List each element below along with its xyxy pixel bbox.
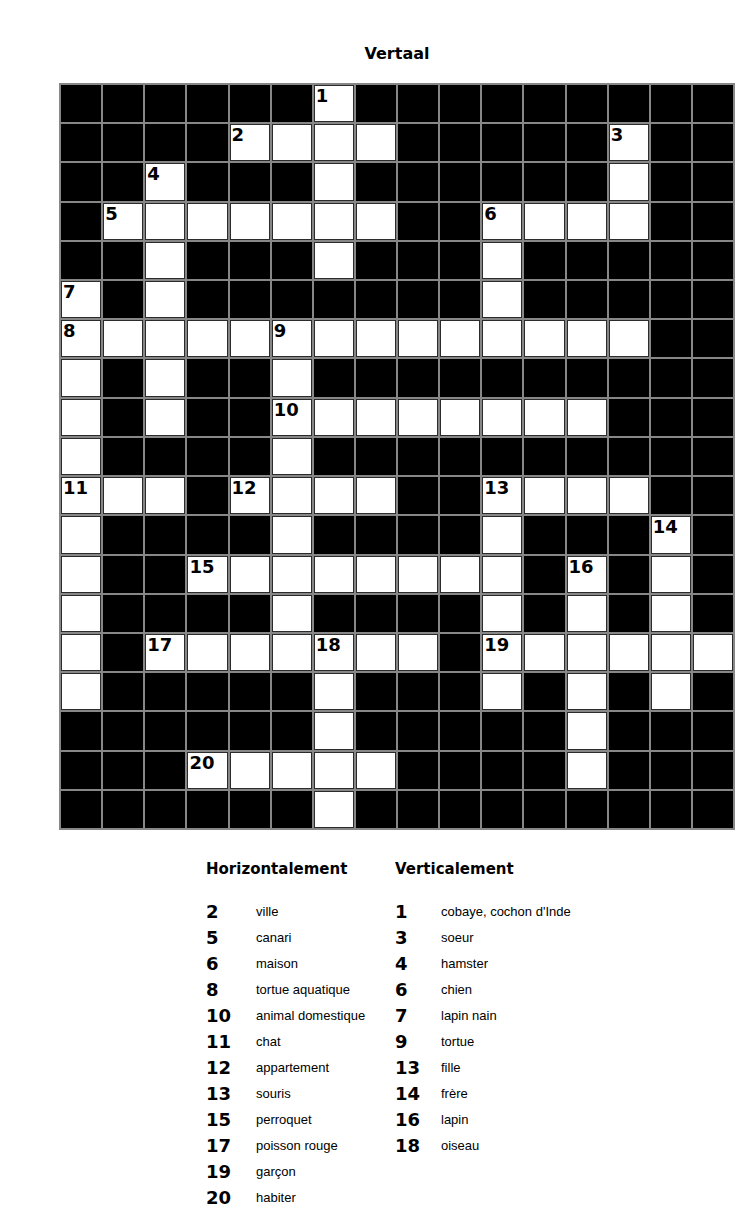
- cell-r0c13: [609, 85, 649, 122]
- cell-r0c0: [61, 85, 101, 122]
- cell-r9c14: [651, 438, 691, 475]
- cell-r7c0[interactable]: [61, 359, 101, 396]
- cell-r7c6: [314, 359, 354, 396]
- cell-r3c15: [693, 203, 733, 240]
- cell-r0c9: [440, 85, 480, 122]
- cell-number-15: 15: [189, 556, 214, 577]
- clue-number: 13: [206, 1083, 256, 1104]
- cell-r11c13: [609, 516, 649, 553]
- cell-r15c11: [524, 673, 564, 710]
- cell-r0c15: [693, 85, 733, 122]
- cell-r10c10[interactable]: 13: [482, 477, 522, 514]
- cell-r4c10[interactable]: [482, 242, 522, 279]
- cell-r5c13: [609, 281, 649, 318]
- cell-r14c0[interactable]: [61, 634, 101, 671]
- cell-r6c10[interactable]: [482, 320, 522, 357]
- cell-r14c11[interactable]: [524, 634, 564, 671]
- clue-number: 2: [206, 901, 256, 922]
- cell-r8c8[interactable]: [398, 399, 438, 436]
- cell-r9c12: [567, 438, 607, 475]
- cell-r2c8: [398, 163, 438, 200]
- cell-r16c1: [103, 712, 143, 749]
- cell-r15c10[interactable]: [482, 673, 522, 710]
- cell-r5c6: [314, 281, 354, 318]
- cell-r12c9[interactable]: [440, 556, 480, 593]
- clue-text: perroquet: [256, 1112, 312, 1127]
- cell-r15c8: [398, 673, 438, 710]
- cell-r16c0: [61, 712, 101, 749]
- cell-r7c15: [693, 359, 733, 396]
- cell-r17c13: [609, 752, 649, 789]
- cell-r18c10: [482, 791, 522, 828]
- cell-r2c13[interactable]: [609, 163, 649, 200]
- cell-r8c11[interactable]: [524, 399, 564, 436]
- cell-r1c10: [482, 124, 522, 161]
- cell-r18c2: [145, 791, 185, 828]
- cell-r15c5: [272, 673, 312, 710]
- cell-r10c14: [651, 477, 691, 514]
- cell-r18c1: [103, 791, 143, 828]
- cell-r3c5[interactable]: [272, 203, 312, 240]
- cell-r6c8[interactable]: [398, 320, 438, 357]
- clue-text: appartement: [256, 1060, 329, 1075]
- cell-r8c0[interactable]: [61, 399, 101, 436]
- cell-r9c4: [230, 438, 270, 475]
- cell-r11c8: [398, 516, 438, 553]
- clue-across-12: 12appartement: [206, 1054, 396, 1080]
- cell-r9c5[interactable]: [272, 438, 312, 475]
- cell-r6c12[interactable]: [567, 320, 607, 357]
- cell-r8c1: [103, 399, 143, 436]
- cell-number-1: 1: [316, 85, 329, 106]
- cell-r16c8: [398, 712, 438, 749]
- cell-r7c1: [103, 359, 143, 396]
- cell-number-13: 13: [484, 477, 509, 498]
- clue-number: 6: [206, 953, 256, 974]
- cell-r14c10[interactable]: 19: [482, 634, 522, 671]
- cell-r14c15[interactable]: [693, 634, 733, 671]
- cell-r6c14: [651, 320, 691, 357]
- cell-r4c2[interactable]: [145, 242, 185, 279]
- cell-r4c6[interactable]: [314, 242, 354, 279]
- cell-r5c14: [651, 281, 691, 318]
- cell-r4c12: [567, 242, 607, 279]
- cell-r9c1: [103, 438, 143, 475]
- cell-r17c9: [440, 752, 480, 789]
- cell-r16c10: [482, 712, 522, 749]
- clue-across-20: 20habiter: [206, 1184, 396, 1210]
- clue-down-14: 14frère: [395, 1080, 615, 1106]
- cell-r17c0: [61, 752, 101, 789]
- cell-r2c2[interactable]: 4: [145, 163, 185, 200]
- cell-r11c5[interactable]: [272, 516, 312, 553]
- cell-r3c1[interactable]: 5: [103, 203, 143, 240]
- cell-r13c6: [314, 595, 354, 632]
- clue-number: 5: [206, 927, 256, 948]
- cell-r17c4[interactable]: [230, 752, 270, 789]
- cell-r15c3: [187, 673, 227, 710]
- cell-r15c14[interactable]: [651, 673, 691, 710]
- clue-across-2: 2ville: [206, 898, 396, 924]
- cell-r10c15: [693, 477, 733, 514]
- cell-r1c9: [440, 124, 480, 161]
- clue-text: garçon: [256, 1164, 296, 1179]
- clue-number: 7: [395, 1005, 441, 1026]
- cell-r16c12[interactable]: [567, 712, 607, 749]
- cell-r16c14: [651, 712, 691, 749]
- cell-r12c1: [103, 556, 143, 593]
- cell-r9c2: [145, 438, 185, 475]
- cell-r5c12: [567, 281, 607, 318]
- clue-number: 14: [395, 1083, 441, 1104]
- clue-text: ville: [256, 904, 278, 919]
- cell-r14c3[interactable]: [187, 634, 227, 671]
- cell-r6c1[interactable]: [103, 320, 143, 357]
- cell-r13c14[interactable]: [651, 595, 691, 632]
- cell-r3c2[interactable]: [145, 203, 185, 240]
- clue-down-16: 16lapin: [395, 1106, 615, 1132]
- cell-r4c8: [398, 242, 438, 279]
- cell-r18c5: [272, 791, 312, 828]
- clue-down-3: 3soeur: [395, 924, 615, 950]
- cell-r8c6[interactable]: [314, 399, 354, 436]
- cell-r12c5[interactable]: [272, 556, 312, 593]
- cell-r18c7: [356, 791, 396, 828]
- cell-r1c5[interactable]: [272, 124, 312, 161]
- cell-r10c11[interactable]: [524, 477, 564, 514]
- cell-r14c12[interactable]: [567, 634, 607, 671]
- clue-text: soeur: [441, 930, 474, 945]
- cell-r3c3[interactable]: [187, 203, 227, 240]
- cell-r3c8: [398, 203, 438, 240]
- cell-r2c1: [103, 163, 143, 200]
- clue-text: lapin nain: [441, 1008, 497, 1023]
- cell-r10c6[interactable]: [314, 477, 354, 514]
- clue-number: 19: [206, 1161, 256, 1182]
- cell-r6c6[interactable]: [314, 320, 354, 357]
- cell-r17c3[interactable]: 20: [187, 752, 227, 789]
- cell-r0c6[interactable]: 1: [314, 85, 354, 122]
- cell-r10c12[interactable]: [567, 477, 607, 514]
- cell-r12c0[interactable]: [61, 556, 101, 593]
- cell-r3c11[interactable]: [524, 203, 564, 240]
- cell-number-7: 7: [63, 281, 76, 302]
- cell-r10c9: [440, 477, 480, 514]
- cell-r13c2: [145, 595, 185, 632]
- cell-r12c12[interactable]: 16: [567, 556, 607, 593]
- clue-text: souris: [256, 1086, 291, 1101]
- cell-r3c6[interactable]: [314, 203, 354, 240]
- cell-r12c7[interactable]: [356, 556, 396, 593]
- cell-r11c3: [187, 516, 227, 553]
- cell-r14c2[interactable]: 17: [145, 634, 185, 671]
- across-header: Horizontalement: [206, 860, 347, 878]
- cell-r5c8: [398, 281, 438, 318]
- cell-r11c11: [524, 516, 564, 553]
- cell-r16c7: [356, 712, 396, 749]
- cell-r14c1: [103, 634, 143, 671]
- cell-r11c14[interactable]: 14: [651, 516, 691, 553]
- cell-r9c3: [187, 438, 227, 475]
- cell-r2c10: [482, 163, 522, 200]
- cell-r8c5[interactable]: 10: [272, 399, 312, 436]
- cell-r7c2[interactable]: [145, 359, 185, 396]
- cell-r6c11[interactable]: [524, 320, 564, 357]
- cell-r17c11: [524, 752, 564, 789]
- cell-r6c4[interactable]: [230, 320, 270, 357]
- cell-number-14: 14: [653, 516, 678, 537]
- cell-r2c14: [651, 163, 691, 200]
- cell-r2c4: [230, 163, 270, 200]
- cell-r16c5: [272, 712, 312, 749]
- cell-r8c7[interactable]: [356, 399, 396, 436]
- cell-r17c1: [103, 752, 143, 789]
- clue-text: maison: [256, 956, 298, 971]
- cell-r10c5[interactable]: [272, 477, 312, 514]
- cell-r0c4: [230, 85, 270, 122]
- cell-r4c4: [230, 242, 270, 279]
- puzzle-title: Vertaal: [59, 44, 735, 63]
- cell-r13c12[interactable]: [567, 595, 607, 632]
- cell-r16c6[interactable]: [314, 712, 354, 749]
- cell-r13c5[interactable]: [272, 595, 312, 632]
- cell-r14c5[interactable]: [272, 634, 312, 671]
- cell-r6c5[interactable]: 9: [272, 320, 312, 357]
- cell-r17c5[interactable]: [272, 752, 312, 789]
- clue-down-4: 4hamster: [395, 950, 615, 976]
- cell-r16c11: [524, 712, 564, 749]
- cell-r4c15: [693, 242, 733, 279]
- cell-r1c12: [567, 124, 607, 161]
- cell-r17c10: [482, 752, 522, 789]
- cell-r1c7[interactable]: [356, 124, 396, 161]
- cell-r3c14: [651, 203, 691, 240]
- cell-number-20: 20: [189, 752, 214, 773]
- cell-r13c9: [440, 595, 480, 632]
- cell-r9c0[interactable]: [61, 438, 101, 475]
- cell-r8c9[interactable]: [440, 399, 480, 436]
- cell-r6c9[interactable]: [440, 320, 480, 357]
- clue-number: 15: [206, 1109, 256, 1130]
- cell-r5c15: [693, 281, 733, 318]
- clue-number: 9: [395, 1031, 441, 1052]
- cell-r11c9: [440, 516, 480, 553]
- clue-down-7: 7lapin nain: [395, 1002, 615, 1028]
- cell-r18c8: [398, 791, 438, 828]
- cell-r11c2: [145, 516, 185, 553]
- cell-r17c2: [145, 752, 185, 789]
- cell-r3c13[interactable]: [609, 203, 649, 240]
- cell-r10c13[interactable]: [609, 477, 649, 514]
- cell-r10c1[interactable]: [103, 477, 143, 514]
- cell-r13c3: [187, 595, 227, 632]
- cell-r7c10: [482, 359, 522, 396]
- cell-r1c2: [145, 124, 185, 161]
- cell-r17c7[interactable]: [356, 752, 396, 789]
- cell-r11c7: [356, 516, 396, 553]
- cell-r11c0[interactable]: [61, 516, 101, 553]
- cell-r4c7: [356, 242, 396, 279]
- cell-r12c3[interactable]: 15: [187, 556, 227, 593]
- cell-r15c1: [103, 673, 143, 710]
- cell-r6c0[interactable]: 8: [61, 320, 101, 357]
- cell-r8c10[interactable]: [482, 399, 522, 436]
- cell-number-6: 6: [484, 203, 497, 224]
- cell-r10c4[interactable]: 12: [230, 477, 270, 514]
- cell-r5c4: [230, 281, 270, 318]
- cell-r12c8[interactable]: [398, 556, 438, 593]
- cell-r13c13: [609, 595, 649, 632]
- across-clue-list: 2ville5canari6maison8tortue aquatique10a…: [206, 898, 396, 1210]
- cell-r4c14: [651, 242, 691, 279]
- clue-down-18: 18oiseau: [395, 1132, 615, 1158]
- cell-r17c6[interactable]: [314, 752, 354, 789]
- cell-r1c8: [398, 124, 438, 161]
- cell-r5c9: [440, 281, 480, 318]
- cell-r18c0: [61, 791, 101, 828]
- cell-r10c0[interactable]: 11: [61, 477, 101, 514]
- clue-across-10: 10animal domestique: [206, 1002, 396, 1028]
- cell-r7c12: [567, 359, 607, 396]
- cell-r15c6[interactable]: [314, 673, 354, 710]
- cell-r4c11: [524, 242, 564, 279]
- cell-number-16: 16: [569, 556, 594, 577]
- cell-r3c4[interactable]: [230, 203, 270, 240]
- cell-r3c10[interactable]: 6: [482, 203, 522, 240]
- cell-r15c12[interactable]: [567, 673, 607, 710]
- cell-r8c2[interactable]: [145, 399, 185, 436]
- cell-r6c2[interactable]: [145, 320, 185, 357]
- cell-r13c4: [230, 595, 270, 632]
- cell-r11c10[interactable]: [482, 516, 522, 553]
- clue-text: canari: [256, 930, 291, 945]
- cell-r7c4: [230, 359, 270, 396]
- cell-r8c13: [609, 399, 649, 436]
- cell-r17c14: [651, 752, 691, 789]
- cell-r12c4[interactable]: [230, 556, 270, 593]
- cell-r18c9: [440, 791, 480, 828]
- cell-r3c12[interactable]: [567, 203, 607, 240]
- clue-text: cobaye, cochon d'Inde: [441, 904, 571, 919]
- cell-r6c3[interactable]: [187, 320, 227, 357]
- cell-r12c11: [524, 556, 564, 593]
- clue-text: poisson rouge: [256, 1138, 338, 1153]
- clue-down-6: 6chien: [395, 976, 615, 1002]
- cell-r14c8[interactable]: [398, 634, 438, 671]
- cell-r12c6[interactable]: [314, 556, 354, 593]
- cell-r2c5: [272, 163, 312, 200]
- cell-r8c14: [651, 399, 691, 436]
- cell-r13c0[interactable]: [61, 595, 101, 632]
- cell-r9c7: [356, 438, 396, 475]
- cell-r8c12[interactable]: [567, 399, 607, 436]
- clue-number: 4: [395, 953, 441, 974]
- cell-r9c10: [482, 438, 522, 475]
- cell-r17c8: [398, 752, 438, 789]
- cell-r5c3: [187, 281, 227, 318]
- clue-number: 12: [206, 1057, 256, 1078]
- cell-r12c14[interactable]: [651, 556, 691, 593]
- cell-number-3: 3: [611, 124, 624, 145]
- clue-number: 13: [395, 1057, 441, 1078]
- cell-r4c3: [187, 242, 227, 279]
- cell-number-11: 11: [63, 477, 88, 498]
- cell-number-12: 12: [232, 477, 257, 498]
- cell-r5c10[interactable]: [482, 281, 522, 318]
- cell-r12c10[interactable]: [482, 556, 522, 593]
- clue-number: 10: [206, 1005, 256, 1026]
- cell-r12c13: [609, 556, 649, 593]
- cell-r6c15: [693, 320, 733, 357]
- clue-number: 1: [395, 901, 441, 922]
- cell-r7c7: [356, 359, 396, 396]
- clue-number: 16: [395, 1109, 441, 1130]
- cell-r7c13: [609, 359, 649, 396]
- clue-text: frère: [441, 1086, 468, 1101]
- cell-r1c4[interactable]: 2: [230, 124, 270, 161]
- cell-r14c7[interactable]: [356, 634, 396, 671]
- cell-r13c11: [524, 595, 564, 632]
- cell-r11c6: [314, 516, 354, 553]
- clue-number: 11: [206, 1031, 256, 1052]
- cell-r16c15: [693, 712, 733, 749]
- cell-r16c9: [440, 712, 480, 749]
- cell-r17c12[interactable]: [567, 752, 607, 789]
- cell-r16c2: [145, 712, 185, 749]
- cell-r0c14: [651, 85, 691, 122]
- cell-r14c13[interactable]: [609, 634, 649, 671]
- cell-r1c6[interactable]: [314, 124, 354, 161]
- cell-r18c6[interactable]: [314, 791, 354, 828]
- cell-r16c13: [609, 712, 649, 749]
- cell-r15c0[interactable]: [61, 673, 101, 710]
- cell-r15c2: [145, 673, 185, 710]
- cell-r7c5[interactable]: [272, 359, 312, 396]
- cell-r3c0: [61, 203, 101, 240]
- clue-number: 3: [395, 927, 441, 948]
- cell-r9c11: [524, 438, 564, 475]
- cell-r14c6[interactable]: 18: [314, 634, 354, 671]
- cell-r16c4: [230, 712, 270, 749]
- cell-r16c3: [187, 712, 227, 749]
- cell-r6c7[interactable]: [356, 320, 396, 357]
- cell-r10c2[interactable]: [145, 477, 185, 514]
- down-clue-list: 1cobaye, cochon d'Inde3soeur4hamster6chi…: [395, 898, 615, 1158]
- cell-r4c1: [103, 242, 143, 279]
- cell-r0c11: [524, 85, 564, 122]
- cell-r4c5: [272, 242, 312, 279]
- cell-r13c10[interactable]: [482, 595, 522, 632]
- cell-r2c6[interactable]: [314, 163, 354, 200]
- cell-r14c4[interactable]: [230, 634, 270, 671]
- cell-r5c2[interactable]: [145, 281, 185, 318]
- cell-r0c3: [187, 85, 227, 122]
- clue-across-5: 5canari: [206, 924, 396, 950]
- cell-r1c15: [693, 124, 733, 161]
- cell-r10c7[interactable]: [356, 477, 396, 514]
- cell-r6c13[interactable]: [609, 320, 649, 357]
- cell-number-18: 18: [316, 634, 341, 655]
- clue-text: hamster: [441, 956, 488, 971]
- cell-r8c4: [230, 399, 270, 436]
- cell-r14c14[interactable]: [651, 634, 691, 671]
- cell-r3c7[interactable]: [356, 203, 396, 240]
- cell-r18c12: [567, 791, 607, 828]
- cell-r5c11: [524, 281, 564, 318]
- cell-r1c13[interactable]: 3: [609, 124, 649, 161]
- cell-r2c3: [187, 163, 227, 200]
- cell-r5c0[interactable]: 7: [61, 281, 101, 318]
